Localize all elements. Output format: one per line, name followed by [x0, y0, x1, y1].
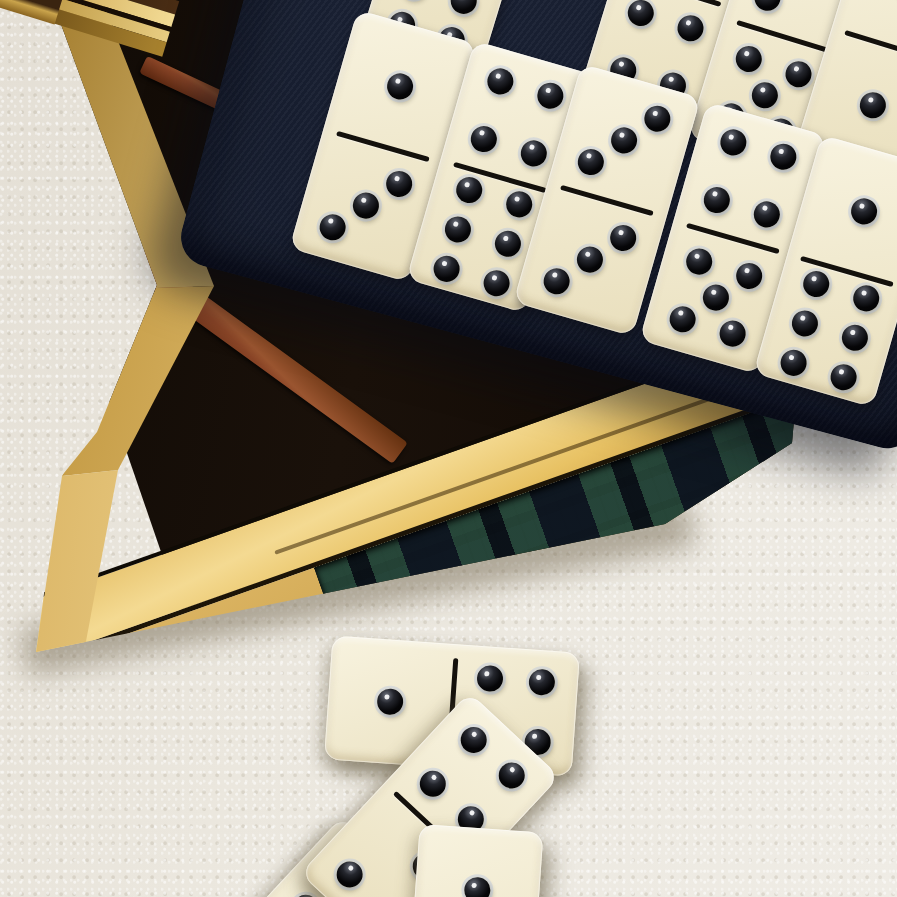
dominoes-layer [0, 0, 897, 897]
pip [733, 260, 765, 292]
pip [607, 222, 639, 254]
pip [350, 190, 382, 222]
pip [493, 757, 530, 794]
pip [641, 103, 673, 135]
pip [415, 765, 452, 802]
pip [317, 211, 349, 243]
pip [534, 80, 566, 112]
pip [624, 0, 656, 29]
pip [575, 146, 607, 178]
pip [749, 79, 781, 111]
pip [574, 244, 606, 276]
pip [528, 669, 556, 697]
pip [518, 137, 550, 169]
pip [484, 66, 516, 98]
pip [667, 303, 699, 335]
pip [442, 213, 474, 245]
pip [850, 282, 882, 314]
pip [700, 282, 732, 314]
pip [674, 12, 706, 44]
pip [839, 322, 871, 354]
pip [476, 665, 504, 693]
pip [468, 123, 500, 155]
pip [717, 127, 749, 159]
pip [481, 267, 513, 299]
pip [683, 246, 715, 278]
pip [701, 184, 733, 216]
pip [717, 317, 749, 349]
pip [848, 195, 880, 227]
pip [541, 265, 573, 297]
pip [778, 347, 810, 379]
pip [453, 174, 485, 206]
product-photo-stage [0, 0, 897, 897]
pip [751, 0, 783, 14]
pip [431, 253, 463, 285]
pip [463, 876, 491, 897]
pip [383, 168, 415, 200]
pip [608, 124, 640, 156]
pip [732, 43, 764, 75]
pip [857, 89, 889, 121]
pip [376, 688, 404, 716]
pip [332, 856, 369, 893]
pip [782, 58, 814, 90]
pip [751, 198, 783, 230]
pip [448, 0, 480, 17]
pip [384, 70, 416, 102]
pip [767, 141, 799, 173]
domino-loose-bottom [403, 824, 544, 897]
pip [893, 0, 897, 3]
pip [503, 188, 535, 220]
pip [455, 722, 492, 759]
pip [492, 228, 524, 260]
pip [828, 361, 860, 393]
pip [800, 268, 832, 300]
pip [789, 307, 821, 339]
pip [398, 0, 430, 2]
domino-half [411, 824, 543, 897]
